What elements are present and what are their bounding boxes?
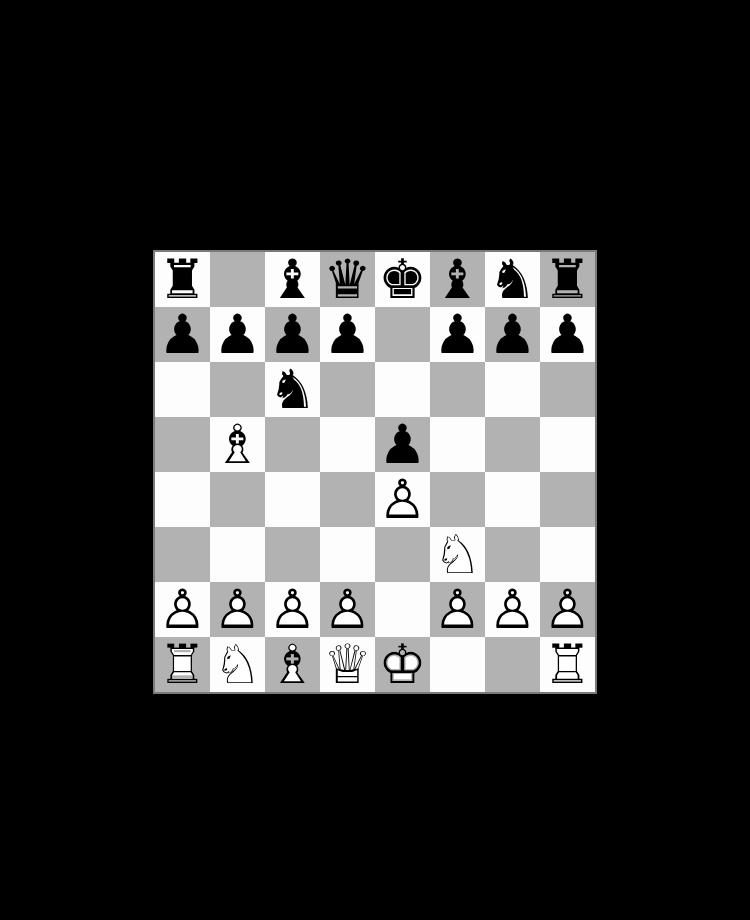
square-g3[interactable] xyxy=(485,527,540,582)
square-h5[interactable] xyxy=(540,417,595,472)
white-pawn: ♟︎♙︎ xyxy=(375,472,430,527)
black-pawn: ♟︎ xyxy=(430,307,485,362)
piece-outline-layer: ♘︎ xyxy=(210,637,265,692)
piece-outline-layer: ♙︎ xyxy=(375,472,430,527)
black-pawn: ♟︎ xyxy=(320,307,375,362)
square-d5[interactable] xyxy=(320,417,375,472)
square-e5[interactable]: ♟︎ xyxy=(375,417,430,472)
square-c6[interactable]: ♞︎ xyxy=(265,362,320,417)
black-knight: ♞︎ xyxy=(485,252,540,307)
piece-outline-layer: ♙︎ xyxy=(155,582,210,637)
piece-outline-layer: ♙︎ xyxy=(210,582,265,637)
white-pawn: ♟︎♙︎ xyxy=(320,582,375,637)
square-f8[interactable]: ♝︎ xyxy=(430,252,485,307)
square-g4[interactable] xyxy=(485,472,540,527)
square-f4[interactable] xyxy=(430,472,485,527)
white-rook: ♜︎♖︎ xyxy=(540,637,595,692)
black-rook: ♜︎ xyxy=(155,252,210,307)
white-knight: ♞︎♘︎ xyxy=(210,637,265,692)
black-pawn: ♟︎ xyxy=(375,417,430,472)
square-h2[interactable]: ♟︎♙︎ xyxy=(540,582,595,637)
white-queen: ♛︎♕︎ xyxy=(320,637,375,692)
square-b7[interactable]: ♟︎ xyxy=(210,307,265,362)
square-e3[interactable] xyxy=(375,527,430,582)
square-h1[interactable]: ♜︎♖︎ xyxy=(540,637,595,692)
piece-outline-layer: ♘︎ xyxy=(430,527,485,582)
piece-outline-layer: ♙︎ xyxy=(265,582,320,637)
square-f5[interactable] xyxy=(430,417,485,472)
square-b4[interactable] xyxy=(210,472,265,527)
square-c4[interactable] xyxy=(265,472,320,527)
square-e6[interactable] xyxy=(375,362,430,417)
white-pawn: ♟︎♙︎ xyxy=(155,582,210,637)
square-f1[interactable] xyxy=(430,637,485,692)
square-c7[interactable]: ♟︎ xyxy=(265,307,320,362)
square-d7[interactable]: ♟︎ xyxy=(320,307,375,362)
square-c5[interactable] xyxy=(265,417,320,472)
square-b3[interactable] xyxy=(210,527,265,582)
black-king: ♚︎ xyxy=(375,252,430,307)
black-pawn: ♟︎ xyxy=(265,307,320,362)
square-f7[interactable]: ♟︎ xyxy=(430,307,485,362)
piece-outline-layer: ♙︎ xyxy=(485,582,540,637)
piece-outline-layer: ♔︎ xyxy=(375,637,430,692)
white-knight: ♞︎♘︎ xyxy=(430,527,485,582)
square-a7[interactable]: ♟︎ xyxy=(155,307,210,362)
black-pawn: ♟︎ xyxy=(485,307,540,362)
square-g1[interactable] xyxy=(485,637,540,692)
white-king: ♚︎♔︎ xyxy=(375,637,430,692)
square-d4[interactable] xyxy=(320,472,375,527)
page-background: ♜︎♝︎♛︎♚︎♝︎♞︎♜︎♟︎♟︎♟︎♟︎♟︎♟︎♟︎♞︎♝︎♗︎♟︎♟︎♙︎… xyxy=(0,0,750,920)
black-bishop: ♝︎ xyxy=(265,252,320,307)
black-pawn: ♟︎ xyxy=(540,307,595,362)
square-c3[interactable] xyxy=(265,527,320,582)
square-d6[interactable] xyxy=(320,362,375,417)
square-e2[interactable] xyxy=(375,582,430,637)
square-e4[interactable]: ♟︎♙︎ xyxy=(375,472,430,527)
square-g7[interactable]: ♟︎ xyxy=(485,307,540,362)
square-e7[interactable] xyxy=(375,307,430,362)
square-f2[interactable]: ♟︎♙︎ xyxy=(430,582,485,637)
square-f3[interactable]: ♞︎♘︎ xyxy=(430,527,485,582)
square-g5[interactable] xyxy=(485,417,540,472)
white-rook: ♜︎♖︎ xyxy=(155,637,210,692)
piece-outline-layer: ♙︎ xyxy=(320,582,375,637)
black-queen: ♛︎ xyxy=(320,252,375,307)
piece-outline-layer: ♕︎ xyxy=(320,637,375,692)
piece-outline-layer: ♖︎ xyxy=(155,637,210,692)
square-g6[interactable] xyxy=(485,362,540,417)
square-c1[interactable]: ♝︎♗︎ xyxy=(265,637,320,692)
square-a5[interactable] xyxy=(155,417,210,472)
square-f6[interactable] xyxy=(430,362,485,417)
white-bishop: ♝︎♗︎ xyxy=(265,637,320,692)
square-a8[interactable]: ♜︎ xyxy=(155,252,210,307)
square-h4[interactable] xyxy=(540,472,595,527)
square-a6[interactable] xyxy=(155,362,210,417)
piece-outline-layer: ♗︎ xyxy=(265,637,320,692)
square-a2[interactable]: ♟︎♙︎ xyxy=(155,582,210,637)
square-b6[interactable] xyxy=(210,362,265,417)
square-b2[interactable]: ♟︎♙︎ xyxy=(210,582,265,637)
white-pawn: ♟︎♙︎ xyxy=(430,582,485,637)
square-d1[interactable]: ♛︎♕︎ xyxy=(320,637,375,692)
white-pawn: ♟︎♙︎ xyxy=(540,582,595,637)
square-g8[interactable]: ♞︎ xyxy=(485,252,540,307)
piece-outline-layer: ♙︎ xyxy=(430,582,485,637)
square-e1[interactable]: ♚︎♔︎ xyxy=(375,637,430,692)
square-b1[interactable]: ♞︎♘︎ xyxy=(210,637,265,692)
white-pawn: ♟︎♙︎ xyxy=(485,582,540,637)
square-a3[interactable] xyxy=(155,527,210,582)
white-pawn: ♟︎♙︎ xyxy=(210,582,265,637)
square-d2[interactable]: ♟︎♙︎ xyxy=(320,582,375,637)
square-b5[interactable]: ♝︎♗︎ xyxy=(210,417,265,472)
white-pawn: ♟︎♙︎ xyxy=(265,582,320,637)
square-b8[interactable] xyxy=(210,252,265,307)
piece-outline-layer: ♖︎ xyxy=(540,637,595,692)
square-a4[interactable] xyxy=(155,472,210,527)
square-h8[interactable]: ♜︎ xyxy=(540,252,595,307)
square-d3[interactable] xyxy=(320,527,375,582)
piece-outline-layer: ♗︎ xyxy=(210,417,265,472)
piece-outline-layer: ♙︎ xyxy=(540,582,595,637)
square-e8[interactable]: ♚︎ xyxy=(375,252,430,307)
square-a1[interactable]: ♜︎♖︎ xyxy=(155,637,210,692)
black-pawn: ♟︎ xyxy=(210,307,265,362)
chess-board: ♜︎♝︎♛︎♚︎♝︎♞︎♜︎♟︎♟︎♟︎♟︎♟︎♟︎♟︎♞︎♝︎♗︎♟︎♟︎♙︎… xyxy=(153,250,597,694)
square-c2[interactable]: ♟︎♙︎ xyxy=(265,582,320,637)
white-bishop: ♝︎♗︎ xyxy=(210,417,265,472)
square-g2[interactable]: ♟︎♙︎ xyxy=(485,582,540,637)
square-h7[interactable]: ♟︎ xyxy=(540,307,595,362)
square-h3[interactable] xyxy=(540,527,595,582)
black-bishop: ♝︎ xyxy=(430,252,485,307)
black-pawn: ♟︎ xyxy=(155,307,210,362)
black-rook: ♜︎ xyxy=(540,252,595,307)
black-knight: ♞︎ xyxy=(265,362,320,417)
square-c8[interactable]: ♝︎ xyxy=(265,252,320,307)
square-h6[interactable] xyxy=(540,362,595,417)
square-d8[interactable]: ♛︎ xyxy=(320,252,375,307)
